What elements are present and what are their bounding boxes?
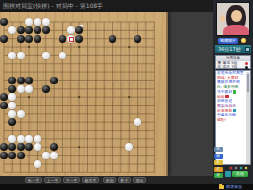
stone-white-4-17 bbox=[34, 160, 42, 168]
stone-black-13-2 bbox=[109, 35, 117, 43]
voice-button[interactable] bbox=[225, 171, 231, 177]
stone-black-0-0 bbox=[0, 18, 8, 26]
toolbar-button-4[interactable]: 形势 bbox=[103, 177, 116, 183]
stone-black-16-2 bbox=[134, 35, 142, 43]
video-person-hand bbox=[220, 15, 225, 22]
stone-white-5-0 bbox=[42, 18, 50, 26]
stone-black-0-15 bbox=[0, 143, 8, 151]
side-button-2[interactable]: 表 bbox=[214, 160, 223, 165]
video-person-face bbox=[231, 10, 242, 22]
video-person-body bbox=[223, 25, 249, 36]
video-chat-button[interactable]: 视频聊天 bbox=[218, 38, 238, 44]
stone-black-5-1 bbox=[42, 26, 50, 34]
white-player-icon bbox=[245, 66, 248, 69]
toolbar-button-6[interactable]: 退出 bbox=[133, 177, 146, 183]
stone-white-4-0 bbox=[34, 18, 42, 26]
stone-black-5-8 bbox=[42, 85, 50, 93]
stone-black-1-8 bbox=[8, 85, 16, 93]
game-info-panel: 对局信息 黑 落花 5段 白 流水 7段 bbox=[215, 55, 251, 69]
emote-button-1[interactable] bbox=[234, 166, 238, 170]
stone-black-2-2 bbox=[17, 35, 25, 43]
sidebar: 视频聊天 36分17秒 对局信息 黑 落花 5段 白 流水 7段 欢迎光临对局室… bbox=[213, 0, 253, 184]
stone-white-3-0 bbox=[25, 18, 33, 26]
stone-black-2-15 bbox=[17, 143, 25, 151]
chat-scrollbar[interactable] bbox=[246, 72, 250, 165]
stone-black-9-2 bbox=[75, 35, 83, 43]
emote-button-2[interactable] bbox=[239, 166, 243, 170]
taskbar: 棋谱保存 bbox=[0, 184, 253, 190]
folder-icon[interactable] bbox=[219, 185, 224, 189]
stone-black-7-2 bbox=[59, 35, 67, 43]
stone-white-2-11 bbox=[17, 110, 25, 118]
stone-black-3-2 bbox=[25, 35, 33, 43]
go-client-window: 围棋对局室(快棋) - 对局中 - 第108手 第一手上一手下一手最后手形势数子… bbox=[0, 0, 253, 190]
last-move-marker bbox=[69, 37, 74, 42]
toolbar-button-5[interactable]: 数子 bbox=[118, 177, 131, 183]
stone-black-4-2 bbox=[34, 35, 42, 43]
chat-lines: 欢迎光临对局室观战: 大家好黑棋开局不错白: 请多指教这手棋好哈哈形势接近黑实地… bbox=[216, 71, 250, 123]
stone-white-8-1 bbox=[67, 26, 75, 34]
white-player-label: 白 流水 7段 bbox=[218, 64, 238, 69]
stone-white-2-14 bbox=[17, 135, 25, 143]
side-button-3[interactable]: 道 bbox=[214, 167, 223, 172]
stone-white-1-11 bbox=[8, 110, 16, 118]
chat-emoticon-icon bbox=[233, 90, 237, 94]
timer-dropdown-button[interactable] bbox=[245, 47, 250, 52]
stone-white-2-8 bbox=[17, 85, 25, 93]
emote-button-0[interactable] bbox=[229, 166, 233, 170]
black-player-icon bbox=[245, 62, 248, 65]
stone-white-8-2 bbox=[67, 35, 75, 43]
stone-white-5-16 bbox=[42, 152, 50, 160]
stone-black-2-16 bbox=[17, 152, 25, 160]
bottom-toolbar: 第一手上一手下一手最后手形势数子退出 bbox=[0, 176, 213, 184]
stone-white-3-14 bbox=[25, 135, 33, 143]
send-button[interactable]: 发送 bbox=[232, 171, 248, 177]
stone-black-2-7 bbox=[17, 77, 25, 85]
timer-value: 36分17秒 bbox=[218, 46, 241, 52]
toolbar-button-1[interactable]: 上一手 bbox=[44, 177, 61, 183]
timer-bar: 36分17秒 bbox=[215, 45, 251, 53]
chat-scrollbar-thumb[interactable] bbox=[247, 74, 250, 92]
toolbar-button-0[interactable]: 第一手 bbox=[25, 177, 42, 183]
go-board[interactable] bbox=[0, 12, 168, 176]
toolbar-button-2[interactable]: 下一手 bbox=[63, 177, 80, 183]
chat-line-10: 精彩! bbox=[216, 118, 250, 123]
white-player-row: 白 流水 7段 bbox=[216, 65, 250, 70]
window-title: 围棋对局室(快棋) - 对局中 - 第108手 bbox=[3, 2, 103, 9]
toolbar-button-3[interactable]: 最后手 bbox=[82, 177, 99, 183]
stone-black-0-2 bbox=[0, 35, 8, 43]
stone-white-1-14 bbox=[8, 135, 16, 143]
stone-black-2-1 bbox=[17, 26, 25, 34]
side-button-1[interactable]: 聊 bbox=[214, 154, 223, 159]
stone-white-5-4 bbox=[42, 52, 50, 60]
emote-button-3[interactable] bbox=[244, 166, 248, 170]
stone-white-3-8 bbox=[25, 85, 33, 93]
side-button-0[interactable]: 观 bbox=[214, 147, 223, 152]
video-controls: 视频聊天 bbox=[216, 37, 250, 44]
side-button-4[interactable]: 退 bbox=[214, 173, 223, 178]
stone-white-4-14 bbox=[34, 135, 42, 143]
taskbar-file-label[interactable]: 棋谱保存 bbox=[226, 184, 242, 190]
stone-black-0-9 bbox=[0, 93, 8, 101]
smiley-icon[interactable] bbox=[241, 38, 246, 43]
stone-white-2-4 bbox=[17, 52, 25, 60]
video-feed bbox=[216, 2, 250, 36]
